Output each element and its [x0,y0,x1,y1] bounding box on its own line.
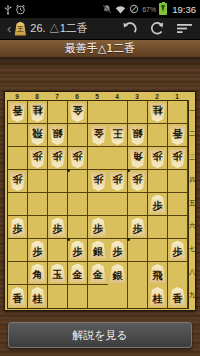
piece-gote-歩: 歩 [49,149,66,168]
rank-label-2: 二 [189,123,196,146]
square-6-2[interactable] [68,124,88,147]
square-6-6[interactable] [68,216,88,239]
mute-bell-icon [102,4,112,14]
clock-time: 19:36 [172,4,196,15]
battery-percent: 67% [142,6,156,13]
square-2-3[interactable]: 歩 [148,147,168,170]
piece-gote-飛: 飛 [29,126,46,145]
piece-gote-桂: 桂 [149,103,166,122]
square-5-2[interactable]: 金 [88,124,108,147]
square-1-8[interactable] [168,262,188,285]
redo-icon[interactable] [150,22,164,35]
square-8-2[interactable]: 飛 [28,124,48,147]
square-6-1[interactable]: 金 [68,101,88,124]
square-2-4[interactable] [148,170,168,193]
piece-gote-王: 王 [109,126,126,145]
rank-label-9: 九 [189,284,196,307]
square-9-9[interactable]: 香 [8,285,28,308]
square-4-8[interactable]: 銀 [108,262,128,285]
square-6-5[interactable] [68,193,88,216]
piece-sente-金: 金 [90,264,107,283]
square-1-3[interactable]: 歩 [168,147,188,170]
square-7-9[interactable] [48,285,68,308]
best-move-label: 最善手△1二香 [65,41,135,56]
square-3-1[interactable] [128,101,148,124]
square-4-7[interactable]: 歩 [108,239,128,262]
piece-sente-歩: 歩 [9,218,26,237]
best-move-banner: 最善手△1二香 [0,40,200,57]
rank-label-1: 一 [189,100,196,123]
square-1-4[interactable] [168,170,188,193]
square-2-7[interactable] [148,239,168,262]
square-2-2[interactable] [148,124,168,147]
square-5-6[interactable]: 歩 [88,216,108,239]
shogi-board: 987654321 香桂金桂飛銀金王銀香歩歩歩角歩歩歩歩歩歩歩歩歩歩歩歩歩銀歩歩… [4,91,196,311]
square-8-4[interactable] [28,170,48,193]
square-5-9[interactable] [88,285,108,308]
square-2-9[interactable]: 桂 [148,285,168,308]
rank-label-8: 八 [189,261,196,284]
square-7-3[interactable]: 歩 [48,147,68,170]
play-area: 987654321 香桂金桂飛銀金王銀香歩歩歩角歩歩歩歩歩歩歩歩歩歩歩歩歩銀歩歩… [0,57,200,356]
rank-label-5: 五 [189,192,196,215]
star-point [67,238,70,241]
piece-gote-桂: 桂 [29,103,46,122]
square-4-2[interactable]: 王 [108,124,128,147]
square-3-3[interactable]: 角 [128,147,148,170]
file-labels: 987654321 [7,92,195,100]
piece-gote-角: 角 [129,149,146,168]
square-6-9[interactable] [68,285,88,308]
square-9-7[interactable] [8,239,28,262]
rank-label-7: 七 [189,238,196,261]
square-3-2[interactable]: 銀 [128,124,148,147]
star-point [67,169,70,172]
move-number-label: 26. △1二香 [30,21,87,36]
back-chevron-icon[interactable]: ‹ [7,18,11,40]
square-9-3[interactable] [8,147,28,170]
square-3-9[interactable] [128,285,148,308]
piece-sente-歩: 歩 [169,241,186,260]
piece-sente-桂: 桂 [29,287,46,306]
square-7-8[interactable]: 玉 [48,262,68,285]
view-commentary-button[interactable]: 解説を見る [8,322,192,348]
square-3-5[interactable] [128,193,148,216]
app-bar: ‹ 王 26. △1二香 [0,18,200,40]
square-9-8[interactable] [8,262,28,285]
square-3-4[interactable]: 歩 [128,170,148,193]
piece-sente-歩: 歩 [90,218,107,237]
piece-gote-歩: 歩 [149,149,166,168]
square-9-1[interactable]: 香 [8,101,28,124]
square-7-2[interactable]: 銀 [48,124,68,147]
piece-gote-歩: 歩 [129,172,146,191]
rank-label-6: 六 [189,215,196,238]
phone-screen: 67% 19:36 ‹ 王 26. △1二香 [0,0,200,356]
square-9-4[interactable]: 歩 [8,170,28,193]
square-4-6[interactable] [108,216,128,239]
rank-labels: 一二三四五六七八九 [189,100,196,309]
square-6-3[interactable]: 歩 [68,147,88,170]
square-6-8[interactable]: 金 [68,262,88,285]
square-5-4[interactable]: 歩 [88,170,108,193]
piece-gote-歩: 歩 [29,149,46,168]
square-8-7[interactable]: 歩 [28,239,48,262]
square-5-8[interactable]: 金 [88,262,108,285]
square-2-8[interactable]: 飛 [148,262,168,285]
square-7-7[interactable] [48,239,68,262]
square-8-8[interactable]: 角 [28,262,48,285]
square-1-1[interactable] [168,101,188,124]
piece-gote-歩: 歩 [169,149,186,168]
piece-gote-歩: 歩 [9,172,26,191]
piece-gote-金: 金 [90,126,107,145]
piece-sente-歩: 歩 [49,218,66,237]
rank-label-4: 四 [189,169,196,192]
square-8-1[interactable]: 桂 [28,101,48,124]
square-8-6[interactable] [28,216,48,239]
square-9-6[interactable]: 歩 [8,216,28,239]
square-1-7[interactable]: 歩 [168,239,188,262]
square-9-2[interactable] [8,124,28,147]
square-5-1[interactable] [88,101,108,124]
square-7-1[interactable] [48,101,68,124]
square-6-4[interactable] [68,170,88,193]
piece-sente-歩: 歩 [109,241,126,260]
square-7-5[interactable] [48,193,68,216]
square-4-9[interactable] [108,285,128,308]
square-7-4[interactable] [48,170,68,193]
square-6-7[interactable]: 歩 [68,239,88,262]
square-8-3[interactable]: 歩 [28,147,48,170]
piece-gote-歩: 歩 [90,172,107,191]
piece-sente-香: 香 [9,287,26,306]
piece-gote-歩: 歩 [109,172,126,191]
square-5-5[interactable] [88,193,108,216]
battery-icon [159,3,167,15]
shogi-piece-icon[interactable]: 王 [14,22,26,36]
piece-sente-金: 金 [69,264,86,283]
square-1-6[interactable] [168,216,188,239]
piece-gote-銀: 銀 [129,126,146,145]
square-4-3[interactable] [108,147,128,170]
square-1-2[interactable]: 香 [168,124,188,147]
view-commentary-label: 解説を見る [72,328,128,343]
square-1-9[interactable]: 香 [168,285,188,308]
board-grid: 香桂金桂飛銀金王銀香歩歩歩角歩歩歩歩歩歩歩歩歩歩歩歩歩銀歩歩角玉金金銀飛香桂桂香 [7,100,189,309]
square-4-5[interactable] [108,193,128,216]
square-8-5[interactable] [28,193,48,216]
undo-icon[interactable] [122,22,137,35]
piece-sente-銀: 銀 [109,264,126,283]
square-5-7[interactable]: 銀 [88,239,108,262]
square-8-9[interactable]: 桂 [28,285,48,308]
piece-sente-飛: 飛 [149,264,166,283]
data-disabled-icon [129,4,139,14]
piece-sente-桂: 桂 [149,287,166,306]
status-bar: 67% 19:36 [0,0,200,18]
piece-sente-角: 角 [29,264,46,283]
square-3-8[interactable] [128,262,148,285]
piece-sente-銀: 銀 [90,241,107,260]
square-4-1[interactable] [108,101,128,124]
usb-icon [4,3,12,15]
alarm-clock-icon [15,4,26,15]
piece-gote-香: 香 [169,126,186,145]
square-3-6[interactable]: 歩 [128,216,148,239]
piece-sente-歩: 歩 [29,241,46,260]
square-7-6[interactable]: 歩 [48,216,68,239]
square-2-5[interactable]: 歩 [148,193,168,216]
square-5-3[interactable] [88,147,108,170]
square-9-5[interactable] [8,193,28,216]
piece-gote-銀: 銀 [49,126,66,145]
rank-label-3: 三 [189,146,196,169]
piece-gote-香: 香 [9,103,26,122]
star-point [127,169,130,172]
piece-gote-歩: 歩 [69,149,86,168]
move-list-icon[interactable] [177,23,193,34]
wifi-icon [115,5,126,14]
star-point [127,238,130,241]
piece-sente-歩: 歩 [69,241,86,260]
piece-sente-玉: 玉 [49,264,66,283]
piece-gote-金: 金 [69,103,86,122]
square-1-5[interactable] [168,193,188,216]
piece-sente-歩: 歩 [149,195,166,214]
square-3-7[interactable] [128,239,148,262]
piece-sente-歩: 歩 [129,218,146,237]
square-2-6[interactable] [148,216,168,239]
piece-sente-香: 香 [169,287,186,306]
square-2-1[interactable]: 桂 [148,101,168,124]
square-4-4[interactable]: 歩 [108,170,128,193]
